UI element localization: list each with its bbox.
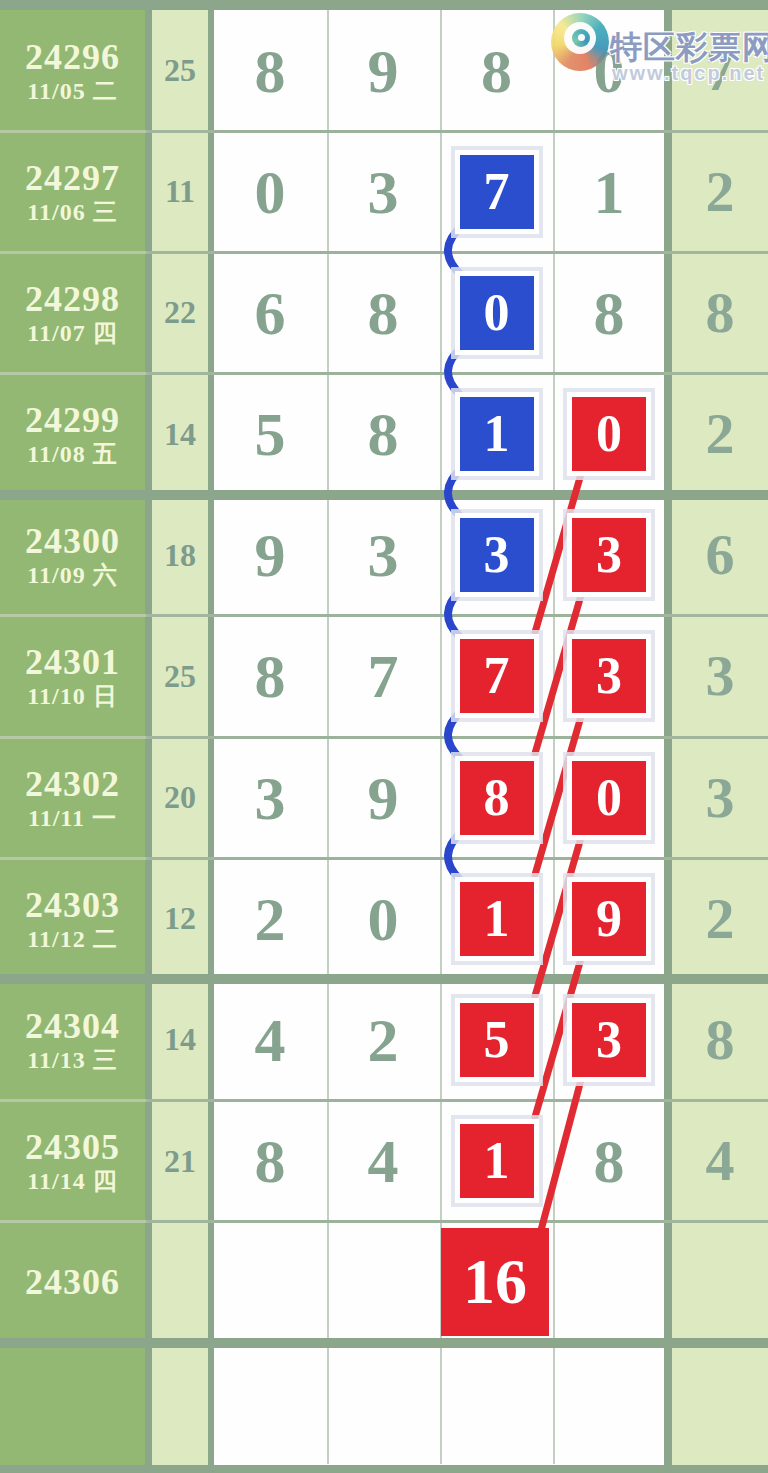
highlight-box-red: 5 xyxy=(455,998,539,1082)
highlight-box-red: 8 xyxy=(455,756,539,840)
highlight-box-blue: 7 xyxy=(455,150,539,234)
highlight-box-red: 16 xyxy=(441,1228,549,1336)
highlight-box-red: 1 xyxy=(455,877,539,961)
highlight-box-red: 1 xyxy=(455,1119,539,1203)
highlight-box-blue: 1 xyxy=(455,392,539,476)
lottery-trend-chart: 特区彩票网 www.tqcp.net 2429611/05 二258980724… xyxy=(0,0,768,1473)
highlight-box-blue: 3 xyxy=(455,513,539,597)
highlight-box-red: 0 xyxy=(567,392,651,476)
highlight-box-red: 0 xyxy=(567,756,651,840)
highlight-box-blue: 0 xyxy=(455,271,539,355)
highlight-box-red: 3 xyxy=(567,634,651,718)
highlight-box-red: 3 xyxy=(567,513,651,597)
highlight-box-red: 9 xyxy=(567,877,651,961)
highlight-box-red: 3 xyxy=(567,998,651,1082)
highlight-box-red: 7 xyxy=(455,634,539,718)
link-lines-overlay xyxy=(0,0,768,1473)
red-link-line xyxy=(541,1080,581,1230)
